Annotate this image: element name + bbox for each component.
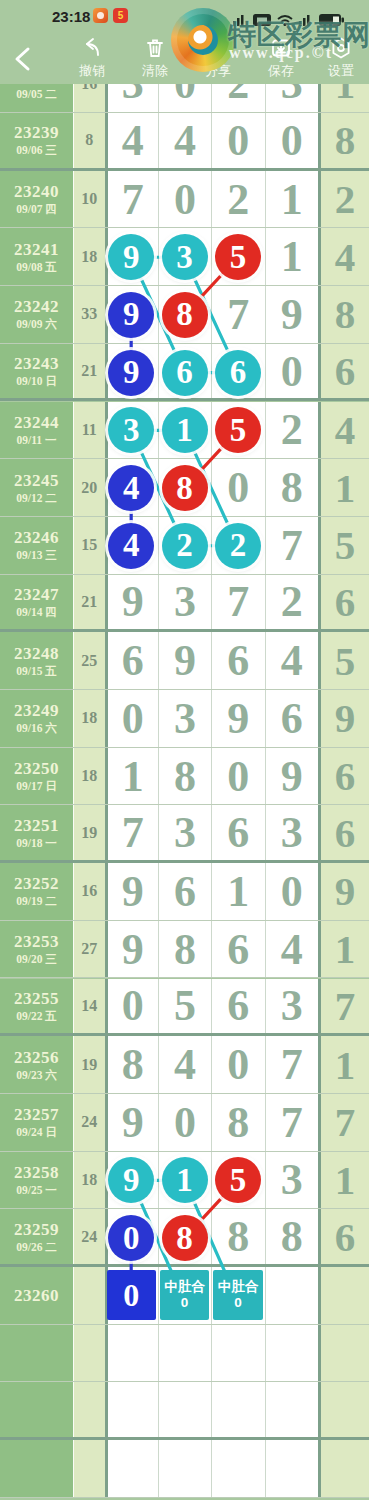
digit-cell[interactable]: 7	[211, 286, 264, 343]
miss-count-cell: 19	[73, 805, 105, 860]
miss-count-cell: 11	[73, 402, 105, 459]
draw-date: 09/08 五	[16, 260, 57, 275]
save-label: 保存	[268, 62, 294, 80]
tail-digit-cell[interactable]: 9	[318, 863, 369, 920]
digit-cell[interactable]: 2	[265, 402, 318, 459]
digit-cell[interactable]: 3	[158, 575, 211, 630]
table-row: 2323909/06 三844008	[0, 113, 369, 171]
digit-cell[interactable]: 8	[265, 459, 318, 516]
digit-cell[interactable]: 0	[211, 748, 264, 805]
mark-circle-teal[interactable]: 2	[162, 523, 208, 569]
draw-date: 09/19 二	[16, 894, 57, 909]
draw-date: 09/22 五	[16, 1009, 57, 1024]
digit-cell[interactable]	[158, 1382, 211, 1437]
period-cell: 2324909/16 六	[0, 690, 73, 747]
draw-date: 09/05 二	[16, 87, 57, 102]
period-cell: 2324109/08 五	[0, 228, 73, 285]
draw-date: 09/12 二	[16, 491, 57, 506]
digit-cell[interactable]: 7	[265, 1036, 318, 1093]
clock-text: 23:18	[52, 8, 90, 25]
digit-cell[interactable]: 0	[211, 1036, 264, 1093]
period-cell: 2325009/17 日	[0, 748, 73, 805]
special-cell-teal[interactable]: 中肚合0	[160, 1270, 210, 1320]
period-number: 23259	[14, 1219, 59, 1240]
digit-cell[interactable]	[265, 1440, 318, 1497]
miss-count-cell: 24	[73, 1094, 105, 1151]
mark-circle-teal[interactable]: 2	[215, 523, 261, 569]
mark-circle-teal[interactable]: 1	[162, 407, 208, 453]
digit-cell[interactable]	[211, 1325, 264, 1382]
digit-cell[interactable]: 8	[265, 1209, 318, 1264]
period-cell: 2324709/14 四	[0, 575, 73, 630]
mark-circle-teal[interactable]: 6	[162, 350, 208, 396]
period-number: 23248	[14, 643, 59, 664]
digit-cell[interactable]	[158, 1440, 211, 1497]
tail-digit-cell[interactable]: 1	[318, 921, 369, 978]
digit-cell[interactable]: 7	[105, 805, 158, 860]
table-row: 2325209/19 二1696109	[0, 863, 369, 921]
mark-circle-blue[interactable]: 4	[108, 523, 154, 569]
period-cell: 2325909/26 二	[0, 1209, 73, 1264]
period-cell: 2324609/13 三	[0, 517, 73, 574]
mark-circle-red[interactable]: 8	[162, 465, 208, 511]
digit-cell[interactable]: 5	[158, 979, 211, 1034]
tail-digit-cell[interactable]: 6	[318, 1209, 369, 1264]
miss-count-cell: 33	[73, 286, 105, 343]
period-cell	[0, 1325, 73, 1382]
digit-cell[interactable]: 9	[265, 748, 318, 805]
digit-cell[interactable]: 2	[265, 575, 318, 630]
tail-digit-cell[interactable]: 4	[318, 402, 369, 459]
digit-cell[interactable]: 9	[158, 632, 211, 689]
digit-cell[interactable]: 9	[105, 863, 158, 920]
period-number: 23242	[14, 296, 59, 317]
digit-cell[interactable]: 4	[158, 113, 211, 168]
tail-digit-cell[interactable]: 6	[318, 575, 369, 630]
digit-cell[interactable]: 2	[211, 171, 264, 228]
miss-count-cell: 27	[73, 921, 105, 978]
miss-count-cell: 20	[73, 459, 105, 516]
digit-cell[interactable]: 8	[158, 748, 211, 805]
tail-digit-cell[interactable]: 2	[318, 171, 369, 228]
tail-digit-cell[interactable]	[318, 1382, 369, 1437]
period-cell: 2325509/22 五	[0, 979, 73, 1034]
digit-cell[interactable]: 7	[105, 171, 158, 228]
miss-count-cell: 15	[73, 517, 105, 574]
tail-digit-cell[interactable]: 7	[318, 1094, 369, 1151]
back-button[interactable]	[12, 46, 32, 72]
settings-label: 设置	[328, 62, 354, 80]
miss-count-cell	[73, 1325, 105, 1382]
tail-digit-cell[interactable]: 5	[318, 632, 369, 689]
draw-date: 09/26 二	[16, 1240, 57, 1255]
digit-cell[interactable]: 4	[265, 632, 318, 689]
miss-count-cell: 18	[73, 228, 105, 285]
tail-digit-cell[interactable]	[318, 1267, 369, 1324]
tail-digit-cell[interactable]: 8	[318, 113, 369, 168]
period-cell: 2323909/06 三	[0, 113, 73, 168]
digit-cell[interactable]: 8	[105, 1036, 158, 1093]
digit-cell[interactable]: 6	[158, 863, 211, 920]
period-number: 23256	[14, 1047, 59, 1068]
table-row: 2325109/18 一1973636	[0, 805, 369, 863]
table-row	[0, 1325, 369, 1383]
miss-count-cell: 16	[73, 863, 105, 920]
digit-cell[interactable]: 6	[265, 690, 318, 747]
mark-circle-teal[interactable]: 1	[162, 1157, 208, 1203]
period-number: 23257	[14, 1104, 59, 1125]
draw-date: 09/07 四	[16, 202, 57, 217]
mark-circle-red[interactable]: 5	[215, 234, 261, 280]
table-row: 2325009/17 日1818096	[0, 748, 369, 806]
tail-digit-cell[interactable]: 6	[318, 748, 369, 805]
tail-digit-cell[interactable]: 4	[318, 228, 369, 285]
digit-cell[interactable]	[105, 1382, 158, 1437]
period-number: 23258	[14, 1162, 59, 1183]
miss-count-cell: 18	[73, 690, 105, 747]
tail-digit-cell[interactable]: 1	[318, 1036, 369, 1093]
app-screen: 09/05 二16302312323909/06 三8440082324009/…	[0, 0, 369, 1500]
digit-cell[interactable]: 0	[265, 113, 318, 168]
period-cell: 2325709/24 日	[0, 1094, 73, 1151]
undo-label: 撤销	[79, 62, 105, 80]
period-number: 23250	[14, 758, 59, 779]
digit-cell[interactable]: 0	[105, 690, 158, 747]
table-row: 2325609/23 六1984071	[0, 1036, 369, 1094]
digit-cell[interactable]	[265, 1325, 318, 1382]
miss-count-cell	[73, 1382, 105, 1437]
tail-digit-cell[interactable]	[318, 1325, 369, 1382]
digit-cell[interactable]: 1	[211, 863, 264, 920]
digit-cell[interactable]: 3	[158, 690, 211, 747]
miss-count-cell: 19	[73, 1036, 105, 1093]
digit-cell[interactable]: 9	[105, 921, 158, 978]
period-cell: 2324809/15 五	[0, 632, 73, 689]
table-row: 2325709/24 日2490877	[0, 1094, 369, 1152]
tail-digit-cell[interactable]: 6	[318, 344, 369, 399]
period-number: 23243	[14, 353, 59, 374]
mark-circle-blue[interactable]: 9	[108, 350, 154, 396]
app-notification-icon-1	[93, 8, 108, 23]
miss-count-cell	[73, 1440, 105, 1497]
digit-cell[interactable]: 7	[265, 517, 318, 574]
draw-date: 09/09 六	[16, 317, 57, 332]
mark-circle-blue[interactable]: 9	[108, 292, 154, 338]
special-cell-blue[interactable]: 0	[107, 1270, 157, 1320]
period-number: 23251	[14, 815, 59, 836]
digit-cell[interactable]: 7	[265, 1094, 318, 1151]
period-number: 23247	[14, 584, 59, 605]
period-cell: 2325109/18 一	[0, 805, 73, 860]
miss-count-cell: 14	[73, 979, 105, 1034]
digit-cell[interactable]: 6	[211, 632, 264, 689]
digit-cell[interactable]: 9	[105, 575, 158, 630]
mark-circle-teal[interactable]: 3	[162, 234, 208, 280]
digit-cell[interactable]: 6	[211, 805, 264, 860]
table-row: 2325509/22 五1405637	[0, 979, 369, 1037]
digit-cell[interactable]: 1	[105, 748, 158, 805]
app-notification-icon-2: 5	[113, 8, 128, 23]
period-cell	[0, 1440, 73, 1497]
special-cell-teal[interactable]: 中肚合0	[213, 1270, 263, 1320]
tail-digit-cell[interactable]: 1	[318, 1152, 369, 1209]
miss-count-cell: 24	[73, 1209, 105, 1264]
period-number: 23239	[14, 122, 59, 143]
table-row: 2324909/16 六1803969	[0, 690, 369, 748]
draw-date: 09/10 日	[16, 374, 57, 389]
period-number: 23252	[14, 873, 59, 894]
period-number: 23245	[14, 470, 59, 491]
table-row: 2324809/15 五2569645	[0, 632, 369, 690]
digit-cell[interactable]: 4	[105, 113, 158, 168]
site-logo-spiral	[171, 8, 235, 72]
period-cell: 23260	[0, 1267, 73, 1324]
digit-cell[interactable]: 9	[211, 690, 264, 747]
mark-circle-red[interactable]: 5	[215, 1157, 261, 1203]
miss-count-cell: 21	[73, 575, 105, 630]
digit-cell[interactable]	[211, 1382, 264, 1437]
period-cell: 2324509/12 二	[0, 459, 73, 516]
period-number: 23260	[14, 1285, 59, 1306]
digit-cell[interactable]: 1	[265, 228, 318, 285]
draw-date: 09/15 五	[16, 664, 57, 679]
miss-count-cell	[73, 1267, 105, 1324]
tail-digit-cell[interactable]: 7	[318, 979, 369, 1034]
miss-count-cell: 18	[73, 748, 105, 805]
digit-cell[interactable]: 3	[265, 1152, 318, 1209]
period-cell: 2324209/09 六	[0, 286, 73, 343]
miss-count-cell: 18	[73, 1152, 105, 1209]
digit-cell[interactable]: 8	[211, 1209, 264, 1264]
digit-cell[interactable]: 3	[265, 979, 318, 1034]
tail-digit-cell[interactable]: 9	[318, 690, 369, 747]
miss-count-cell: 8	[73, 113, 105, 168]
mark-circle-red[interactable]: 8	[162, 292, 208, 338]
period-number: 23246	[14, 527, 59, 548]
period-number: 23244	[14, 412, 59, 433]
tail-digit-cell[interactable]: 1	[318, 459, 369, 516]
digit-cell[interactable]: 1	[265, 171, 318, 228]
period-number: 23253	[14, 931, 59, 952]
period-cell	[0, 1382, 73, 1437]
table-row	[0, 1440, 369, 1498]
period-number: 23255	[14, 988, 59, 1009]
period-cell: 2325309/20 三	[0, 921, 73, 978]
period-cell: 2324409/11 一	[0, 402, 73, 459]
draw-date: 09/06 三	[16, 143, 57, 158]
table-row: 2324009/07 四1070212	[0, 171, 369, 229]
draw-date: 09/17 日	[16, 779, 57, 794]
period-number: 23240	[14, 181, 59, 202]
digit-cell[interactable]: 6	[211, 921, 264, 978]
draw-date: 09/24 日	[16, 1125, 57, 1140]
digit-cell[interactable]: 9	[265, 286, 318, 343]
digit-cell[interactable]: 4	[265, 921, 318, 978]
draw-date: 09/13 三	[16, 548, 57, 563]
digit-cell[interactable]: 3	[158, 805, 211, 860]
header-bar: 23:18 5 特区彩票网 www.qcp.©t 撤销 清除	[0, 0, 369, 84]
period-number: 23241	[14, 239, 59, 260]
digit-cell[interactable]	[105, 1440, 158, 1497]
clear-label: 清除	[142, 62, 168, 80]
digit-cell[interactable]	[105, 1325, 158, 1382]
digit-cell[interactable]: 0	[211, 113, 264, 168]
digit-cell[interactable]: 3	[265, 805, 318, 860]
miss-count-cell: 21	[73, 344, 105, 399]
digit-cell[interactable]: 0	[158, 171, 211, 228]
period-cell: 2324009/07 四	[0, 171, 73, 228]
table-row: 2325309/20 三2798641	[0, 921, 369, 979]
mark-circle-blue[interactable]: 4	[108, 465, 154, 511]
digit-cell[interactable]: 9	[105, 1094, 158, 1151]
mark-circle-red[interactable]: 5	[215, 407, 261, 453]
draw-date: 09/20 三	[16, 952, 57, 967]
period-cell: 2325209/19 二	[0, 863, 73, 920]
miss-count-cell: 25	[73, 632, 105, 689]
draw-date: 09/16 六	[16, 721, 57, 736]
draw-date: 09/23 六	[16, 1068, 57, 1083]
digit-cell[interactable]: 0	[265, 344, 318, 399]
tail-digit-cell[interactable]	[318, 1440, 369, 1497]
digit-cell[interactable]: 6	[105, 632, 158, 689]
mark-circle-red[interactable]: 8	[162, 1215, 208, 1261]
table-row: 2324709/14 四2193726	[0, 575, 369, 633]
period-cell: 2325809/25 一	[0, 1152, 73, 1209]
tail-digit-cell[interactable]: 8	[318, 286, 369, 343]
digit-cell[interactable]: 6	[211, 979, 264, 1034]
period-cell: 2325609/23 六	[0, 1036, 73, 1093]
mark-circle-teal[interactable]: 6	[215, 350, 261, 396]
tail-digit-cell[interactable]: 5	[318, 517, 369, 574]
digit-cell[interactable]	[265, 1382, 318, 1437]
draw-date: 09/25 一	[16, 1183, 57, 1198]
draw-date: 09/11 一	[17, 433, 57, 448]
trash-icon	[143, 36, 167, 60]
undo-button[interactable]: 撤销	[64, 36, 120, 80]
digit-cell[interactable]: 0	[158, 1094, 211, 1151]
draw-date: 09/18 一	[16, 836, 57, 851]
miss-count-cell: 10	[73, 171, 105, 228]
watermark-url: www.qcp.©t	[229, 44, 333, 62]
period-cell: 2324309/10 日	[0, 344, 73, 399]
digit-cell[interactable]: 8	[211, 1094, 264, 1151]
mark-circle-blue[interactable]: 0	[108, 1215, 154, 1261]
undo-icon	[80, 36, 104, 60]
digit-cell[interactable]: 0	[105, 979, 158, 1034]
digit-cell[interactable]	[158, 1325, 211, 1382]
digit-cell[interactable]	[211, 1440, 264, 1497]
draw-date: 09/14 四	[16, 605, 57, 620]
digit-cell[interactable]: 0	[265, 863, 318, 920]
digit-cell[interactable]: 0	[211, 459, 264, 516]
digit-cell[interactable]: 8	[158, 921, 211, 978]
table-row	[0, 1382, 369, 1440]
period-number: 23249	[14, 700, 59, 721]
digit-cell[interactable]	[265, 1267, 318, 1324]
digit-cell[interactable]: 4	[158, 1036, 211, 1093]
tail-digit-cell[interactable]: 6	[318, 805, 369, 860]
digit-cell[interactable]: 7	[211, 575, 264, 630]
